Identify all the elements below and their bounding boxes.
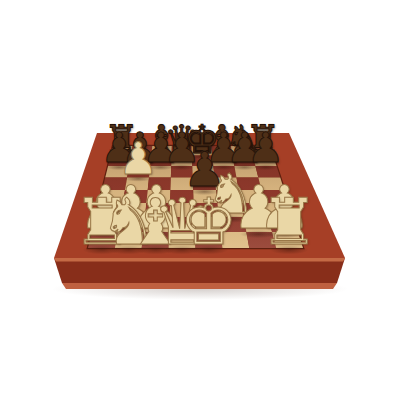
chessboard-photo: ♜♝♛♚♝♞♜♟♟♟♟♟♟♟♟♟♞♟♟♟♟♟♜♞♝♛♚♜ <box>0 0 400 400</box>
frame-front <box>54 258 345 283</box>
frame-bottom-lip <box>62 283 337 289</box>
chess-board <box>0 0 400 400</box>
frame-bevel <box>54 258 345 262</box>
board-depth-shade <box>88 146 303 248</box>
